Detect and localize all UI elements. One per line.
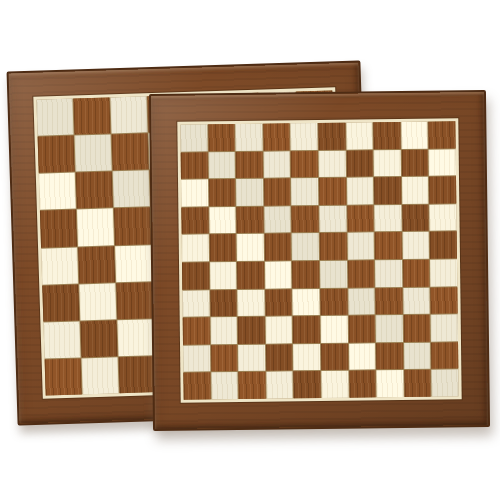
chess-square bbox=[42, 284, 79, 321]
international-draughts-square bbox=[181, 180, 208, 207]
international-draughts-square bbox=[376, 315, 403, 342]
international-draughts-square bbox=[211, 345, 238, 372]
chess-square bbox=[116, 282, 153, 319]
international-draughts-square bbox=[402, 177, 429, 204]
international-draughts-square bbox=[431, 315, 458, 342]
international-draughts-square bbox=[349, 371, 376, 398]
international-draughts-square bbox=[374, 122, 401, 149]
chess-square bbox=[38, 136, 75, 173]
international-draughts-square bbox=[404, 342, 431, 369]
international-draughts-square bbox=[209, 179, 236, 206]
product-photo-scene bbox=[0, 0, 500, 500]
international-draughts-square bbox=[266, 372, 293, 399]
international-draughts-square bbox=[374, 150, 401, 177]
international-draughts-square bbox=[238, 289, 265, 316]
international-draughts-square bbox=[291, 123, 318, 150]
international-draughts-square bbox=[403, 315, 430, 342]
international-draughts-square bbox=[294, 371, 321, 398]
international-draughts-square bbox=[346, 122, 373, 149]
international-draughts-square bbox=[182, 290, 209, 317]
international-draughts-square bbox=[430, 204, 457, 231]
international-draughts-square bbox=[321, 343, 348, 370]
draughts-board-maple-inlay-line bbox=[177, 118, 461, 402]
international-draughts-square bbox=[319, 205, 346, 232]
international-draughts-square bbox=[292, 261, 319, 288]
chess-square bbox=[36, 99, 73, 136]
international-draughts-square bbox=[238, 344, 265, 371]
international-draughts-square bbox=[431, 342, 458, 369]
international-draughts-square bbox=[208, 124, 235, 151]
chess-square bbox=[111, 96, 148, 133]
international-draughts-square bbox=[236, 124, 263, 151]
international-draughts-square bbox=[292, 233, 319, 260]
international-draughts-square bbox=[374, 177, 401, 204]
international-draughts-square bbox=[263, 151, 290, 178]
international-draughts-square bbox=[321, 371, 348, 398]
chess-square bbox=[41, 247, 78, 284]
international-draughts-square bbox=[182, 262, 209, 289]
international-draughts-square bbox=[401, 149, 428, 176]
international-draughts-square bbox=[264, 206, 291, 233]
chess-square bbox=[119, 356, 156, 393]
international-draughts-square bbox=[293, 344, 320, 371]
chess-square bbox=[113, 170, 150, 207]
international-draughts-square bbox=[429, 121, 456, 148]
international-draughts-square bbox=[348, 316, 375, 343]
international-draughts-square bbox=[429, 149, 456, 176]
international-draughts-square bbox=[376, 343, 403, 370]
chess-square bbox=[115, 245, 152, 282]
chess-square bbox=[114, 208, 151, 245]
chess-square bbox=[81, 320, 118, 357]
draughts-board bbox=[149, 90, 490, 431]
international-draughts-square bbox=[402, 204, 429, 231]
international-draughts-square bbox=[375, 260, 402, 287]
international-draughts-square bbox=[348, 288, 375, 315]
chess-square bbox=[40, 210, 77, 247]
international-draughts-square bbox=[347, 233, 374, 260]
international-draughts-square bbox=[208, 152, 235, 179]
international-draughts-square bbox=[291, 151, 318, 178]
international-draughts-square bbox=[210, 317, 237, 344]
international-draughts-square bbox=[210, 262, 237, 289]
international-draughts-square bbox=[181, 152, 208, 179]
international-draughts-square bbox=[236, 151, 263, 178]
international-draughts-square bbox=[347, 178, 374, 205]
international-draughts-square bbox=[375, 232, 402, 259]
international-draughts-square bbox=[430, 232, 457, 259]
international-draughts-square bbox=[239, 372, 266, 399]
international-draughts-square bbox=[320, 233, 347, 260]
international-draughts-square bbox=[293, 316, 320, 343]
international-draughts-square bbox=[429, 177, 456, 204]
international-draughts-square bbox=[403, 260, 430, 287]
international-draughts-square bbox=[320, 261, 347, 288]
international-draughts-square bbox=[375, 205, 402, 232]
international-draughts-square bbox=[181, 207, 208, 234]
international-draughts-square bbox=[180, 124, 207, 151]
international-draughts-square bbox=[183, 345, 210, 372]
international-draughts-square bbox=[209, 207, 236, 234]
international-draughts-square bbox=[319, 150, 346, 177]
international-draughts-square bbox=[182, 235, 209, 262]
international-draughts-square bbox=[432, 370, 459, 397]
international-draughts-square bbox=[318, 123, 345, 150]
international-draughts-square bbox=[210, 290, 237, 317]
international-draughts-square bbox=[430, 259, 457, 286]
international-draughts-square bbox=[237, 206, 264, 233]
international-draughts-square bbox=[376, 288, 403, 315]
international-draughts-square bbox=[237, 234, 264, 261]
draughts-squares-grid bbox=[180, 121, 458, 399]
international-draughts-square bbox=[403, 287, 430, 314]
draughts-board-walnut-frame bbox=[151, 92, 488, 429]
international-draughts-square bbox=[264, 179, 291, 206]
international-draughts-square bbox=[431, 287, 458, 314]
international-draughts-square bbox=[292, 206, 319, 233]
chess-square bbox=[118, 319, 155, 356]
international-draughts-square bbox=[319, 178, 346, 205]
international-draughts-square bbox=[404, 370, 431, 397]
chess-square bbox=[39, 173, 76, 210]
chess-square bbox=[74, 97, 111, 134]
international-draughts-square bbox=[321, 316, 348, 343]
international-draughts-square bbox=[264, 234, 291, 261]
international-draughts-square bbox=[402, 232, 429, 259]
chess-square bbox=[76, 172, 113, 209]
chess-square bbox=[78, 246, 115, 283]
international-draughts-square bbox=[346, 150, 373, 177]
chess-square bbox=[77, 209, 114, 246]
chess-square bbox=[43, 321, 80, 358]
international-draughts-square bbox=[263, 123, 290, 150]
international-draughts-square bbox=[209, 234, 236, 261]
chess-square bbox=[112, 133, 149, 170]
international-draughts-square bbox=[183, 318, 210, 345]
international-draughts-square bbox=[401, 122, 428, 149]
international-draughts-square bbox=[377, 370, 404, 397]
international-draughts-square bbox=[237, 262, 264, 289]
international-draughts-square bbox=[348, 260, 375, 287]
international-draughts-square bbox=[265, 261, 292, 288]
international-draughts-square bbox=[265, 317, 292, 344]
chess-square bbox=[45, 358, 82, 395]
international-draughts-square bbox=[293, 289, 320, 316]
international-draughts-square bbox=[265, 289, 292, 316]
chess-square bbox=[82, 357, 119, 394]
chess-square bbox=[75, 135, 112, 172]
international-draughts-square bbox=[183, 373, 210, 400]
chess-square bbox=[79, 283, 116, 320]
international-draughts-square bbox=[266, 344, 293, 371]
international-draughts-square bbox=[238, 317, 265, 344]
international-draughts-square bbox=[291, 178, 318, 205]
international-draughts-square bbox=[236, 179, 263, 206]
international-draughts-square bbox=[211, 372, 238, 399]
international-draughts-square bbox=[320, 288, 347, 315]
international-draughts-square bbox=[347, 205, 374, 232]
international-draughts-square bbox=[349, 343, 376, 370]
